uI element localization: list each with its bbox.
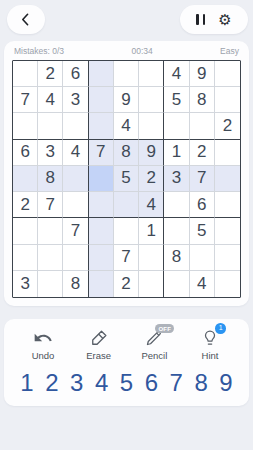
cell-r1c2[interactable]: 2 xyxy=(38,61,63,87)
cell-r2c1[interactable]: 7 xyxy=(13,87,38,113)
cell-r9c7[interactable] xyxy=(164,271,189,297)
numpad-4[interactable]: 4 xyxy=(91,369,113,397)
hint-label: Hint xyxy=(202,350,219,361)
mistakes-counter: Mistakes: 0/3 xyxy=(14,46,64,56)
numpad-6[interactable]: 6 xyxy=(140,369,162,397)
cell-r4c9[interactable] xyxy=(215,140,240,166)
cell-r6c1[interactable]: 2 xyxy=(13,192,38,218)
undo-label: Undo xyxy=(32,350,55,361)
cell-r4c3[interactable]: 4 xyxy=(63,140,88,166)
cell-r8c3[interactable] xyxy=(63,245,88,271)
cell-r9c1[interactable]: 3 xyxy=(13,271,38,297)
numpad-3[interactable]: 3 xyxy=(66,369,88,397)
numpad-8[interactable]: 8 xyxy=(190,369,212,397)
tool-card: Undo Erase OFF Pencil 1 Hint 12345 xyxy=(4,319,249,406)
pencil-off-badge: OFF xyxy=(155,324,174,333)
undo-button[interactable]: Undo xyxy=(22,328,64,361)
cell-r5c6[interactable]: 2 xyxy=(139,166,164,192)
cell-r1c1[interactable] xyxy=(13,61,38,87)
back-button[interactable] xyxy=(7,5,45,34)
cell-r2c7[interactable]: 5 xyxy=(164,87,189,113)
toolbar: Undo Erase OFF Pencil 1 Hint xyxy=(12,328,241,361)
cell-r8c6[interactable] xyxy=(139,245,164,271)
cell-r2c4[interactable] xyxy=(89,87,114,113)
cell-r6c6[interactable]: 4 xyxy=(139,192,164,218)
board-card: Mistakes: 0/3 00:34 Easy 264974395842634… xyxy=(4,41,249,306)
cell-r6c9[interactable] xyxy=(215,192,240,218)
cell-r1c7[interactable]: 4 xyxy=(164,61,189,87)
cell-r7c1[interactable] xyxy=(13,218,38,244)
cell-r1c5[interactable] xyxy=(114,61,139,87)
cell-r8c2[interactable] xyxy=(38,245,63,271)
cell-r4c5[interactable]: 8 xyxy=(114,140,139,166)
cell-r7c5[interactable] xyxy=(114,218,139,244)
cell-r7c6[interactable]: 1 xyxy=(139,218,164,244)
pencil-button[interactable]: OFF Pencil xyxy=(133,328,175,361)
cell-r4c6[interactable]: 9 xyxy=(139,140,164,166)
erase-label: Erase xyxy=(86,350,111,361)
numpad-2[interactable]: 2 xyxy=(41,369,63,397)
cell-r9c9[interactable] xyxy=(215,271,240,297)
cell-r3c2[interactable] xyxy=(38,113,63,139)
numpad-7[interactable]: 7 xyxy=(165,369,187,397)
cell-r4c8[interactable]: 2 xyxy=(190,140,215,166)
cell-r2c3[interactable]: 3 xyxy=(63,87,88,113)
pencil-label: Pencil xyxy=(141,350,167,361)
cell-r1c9[interactable] xyxy=(215,61,240,87)
cell-r3c8[interactable] xyxy=(190,113,215,139)
number-pad: 123456789 xyxy=(12,361,241,399)
cell-r1c8[interactable]: 9 xyxy=(190,61,215,87)
hint-count-badge: 1 xyxy=(215,323,226,334)
cell-r3c7[interactable] xyxy=(164,113,189,139)
numpad-1[interactable]: 1 xyxy=(16,369,38,397)
erase-button[interactable]: Erase xyxy=(78,328,120,361)
header-controls: ⚙ xyxy=(180,5,248,34)
cell-r3c9[interactable]: 2 xyxy=(215,113,240,139)
chevron-left-icon xyxy=(18,11,34,28)
hint-button[interactable]: 1 Hint xyxy=(189,328,231,361)
cell-r9c5[interactable]: 2 xyxy=(114,271,139,297)
cell-r9c4[interactable] xyxy=(89,271,114,297)
cell-r1c4[interactable] xyxy=(89,61,114,87)
cell-r3c1[interactable] xyxy=(13,113,38,139)
cell-r2c6[interactable] xyxy=(139,87,164,113)
cell-r4c1[interactable]: 6 xyxy=(13,140,38,166)
cell-r8c9[interactable] xyxy=(215,245,240,271)
cell-r5c3[interactable] xyxy=(63,166,88,192)
cell-r5c7[interactable]: 3 xyxy=(164,166,189,192)
cell-r8c8[interactable] xyxy=(190,245,215,271)
settings-gear-icon[interactable]: ⚙ xyxy=(218,12,231,27)
top-bar: ⚙ xyxy=(0,0,253,37)
cell-r8c4[interactable] xyxy=(89,245,114,271)
pause-button[interactable] xyxy=(196,14,205,25)
undo-arrow-icon xyxy=(33,328,53,348)
cell-r2c9[interactable] xyxy=(215,87,240,113)
cell-r6c7[interactable] xyxy=(164,192,189,218)
cell-r8c7[interactable]: 8 xyxy=(164,245,189,271)
status-row: Mistakes: 0/3 00:34 Easy xyxy=(12,44,241,60)
cell-r2c8[interactable]: 8 xyxy=(190,87,215,113)
cell-r2c2[interactable]: 4 xyxy=(38,87,63,113)
cell-r7c7[interactable] xyxy=(164,218,189,244)
eraser-icon xyxy=(89,328,109,348)
cell-r7c4[interactable] xyxy=(89,218,114,244)
cell-r5c2[interactable]: 8 xyxy=(38,166,63,192)
cell-r4c7[interactable]: 1 xyxy=(164,140,189,166)
cell-r3c3[interactable] xyxy=(63,113,88,139)
cell-r5c9[interactable] xyxy=(215,166,240,192)
cell-r9c3[interactable]: 8 xyxy=(63,271,88,297)
cell-r8c1[interactable] xyxy=(13,245,38,271)
cell-r3c5[interactable]: 4 xyxy=(114,113,139,139)
sudoku-board: 26497439584263478912852372746715783824 xyxy=(12,60,241,298)
cell-r9c8[interactable]: 4 xyxy=(190,271,215,297)
cell-r6c5[interactable] xyxy=(114,192,139,218)
cell-r8c5[interactable]: 7 xyxy=(114,245,139,271)
cell-r6c4[interactable] xyxy=(89,192,114,218)
cell-r7c9[interactable] xyxy=(215,218,240,244)
cell-r6c8[interactable]: 6 xyxy=(190,192,215,218)
cell-r7c3[interactable]: 7 xyxy=(63,218,88,244)
cell-r3c6[interactable] xyxy=(139,113,164,139)
difficulty-label: Easy xyxy=(220,46,239,56)
numpad-9[interactable]: 9 xyxy=(215,369,237,397)
cell-r4c2[interactable]: 3 xyxy=(38,140,63,166)
cell-r5c8[interactable]: 7 xyxy=(190,166,215,192)
numpad-5[interactable]: 5 xyxy=(116,369,138,397)
cell-r3c4[interactable] xyxy=(89,113,114,139)
cell-r7c8[interactable]: 5 xyxy=(190,218,215,244)
cell-r7c2[interactable] xyxy=(38,218,63,244)
cell-r5c1[interactable] xyxy=(13,166,38,192)
cell-r5c4[interactable] xyxy=(89,166,114,192)
cell-r9c6[interactable] xyxy=(139,271,164,297)
cell-r6c3[interactable] xyxy=(63,192,88,218)
timer: 00:34 xyxy=(131,46,152,56)
cell-r4c4[interactable]: 7 xyxy=(89,140,114,166)
cell-r2c5[interactable]: 9 xyxy=(114,87,139,113)
cell-r1c6[interactable] xyxy=(139,61,164,87)
cell-r9c2[interactable] xyxy=(38,271,63,297)
cell-r5c5[interactable]: 5 xyxy=(114,166,139,192)
cell-r1c3[interactable]: 6 xyxy=(63,61,88,87)
cell-r6c2[interactable]: 7 xyxy=(38,192,63,218)
